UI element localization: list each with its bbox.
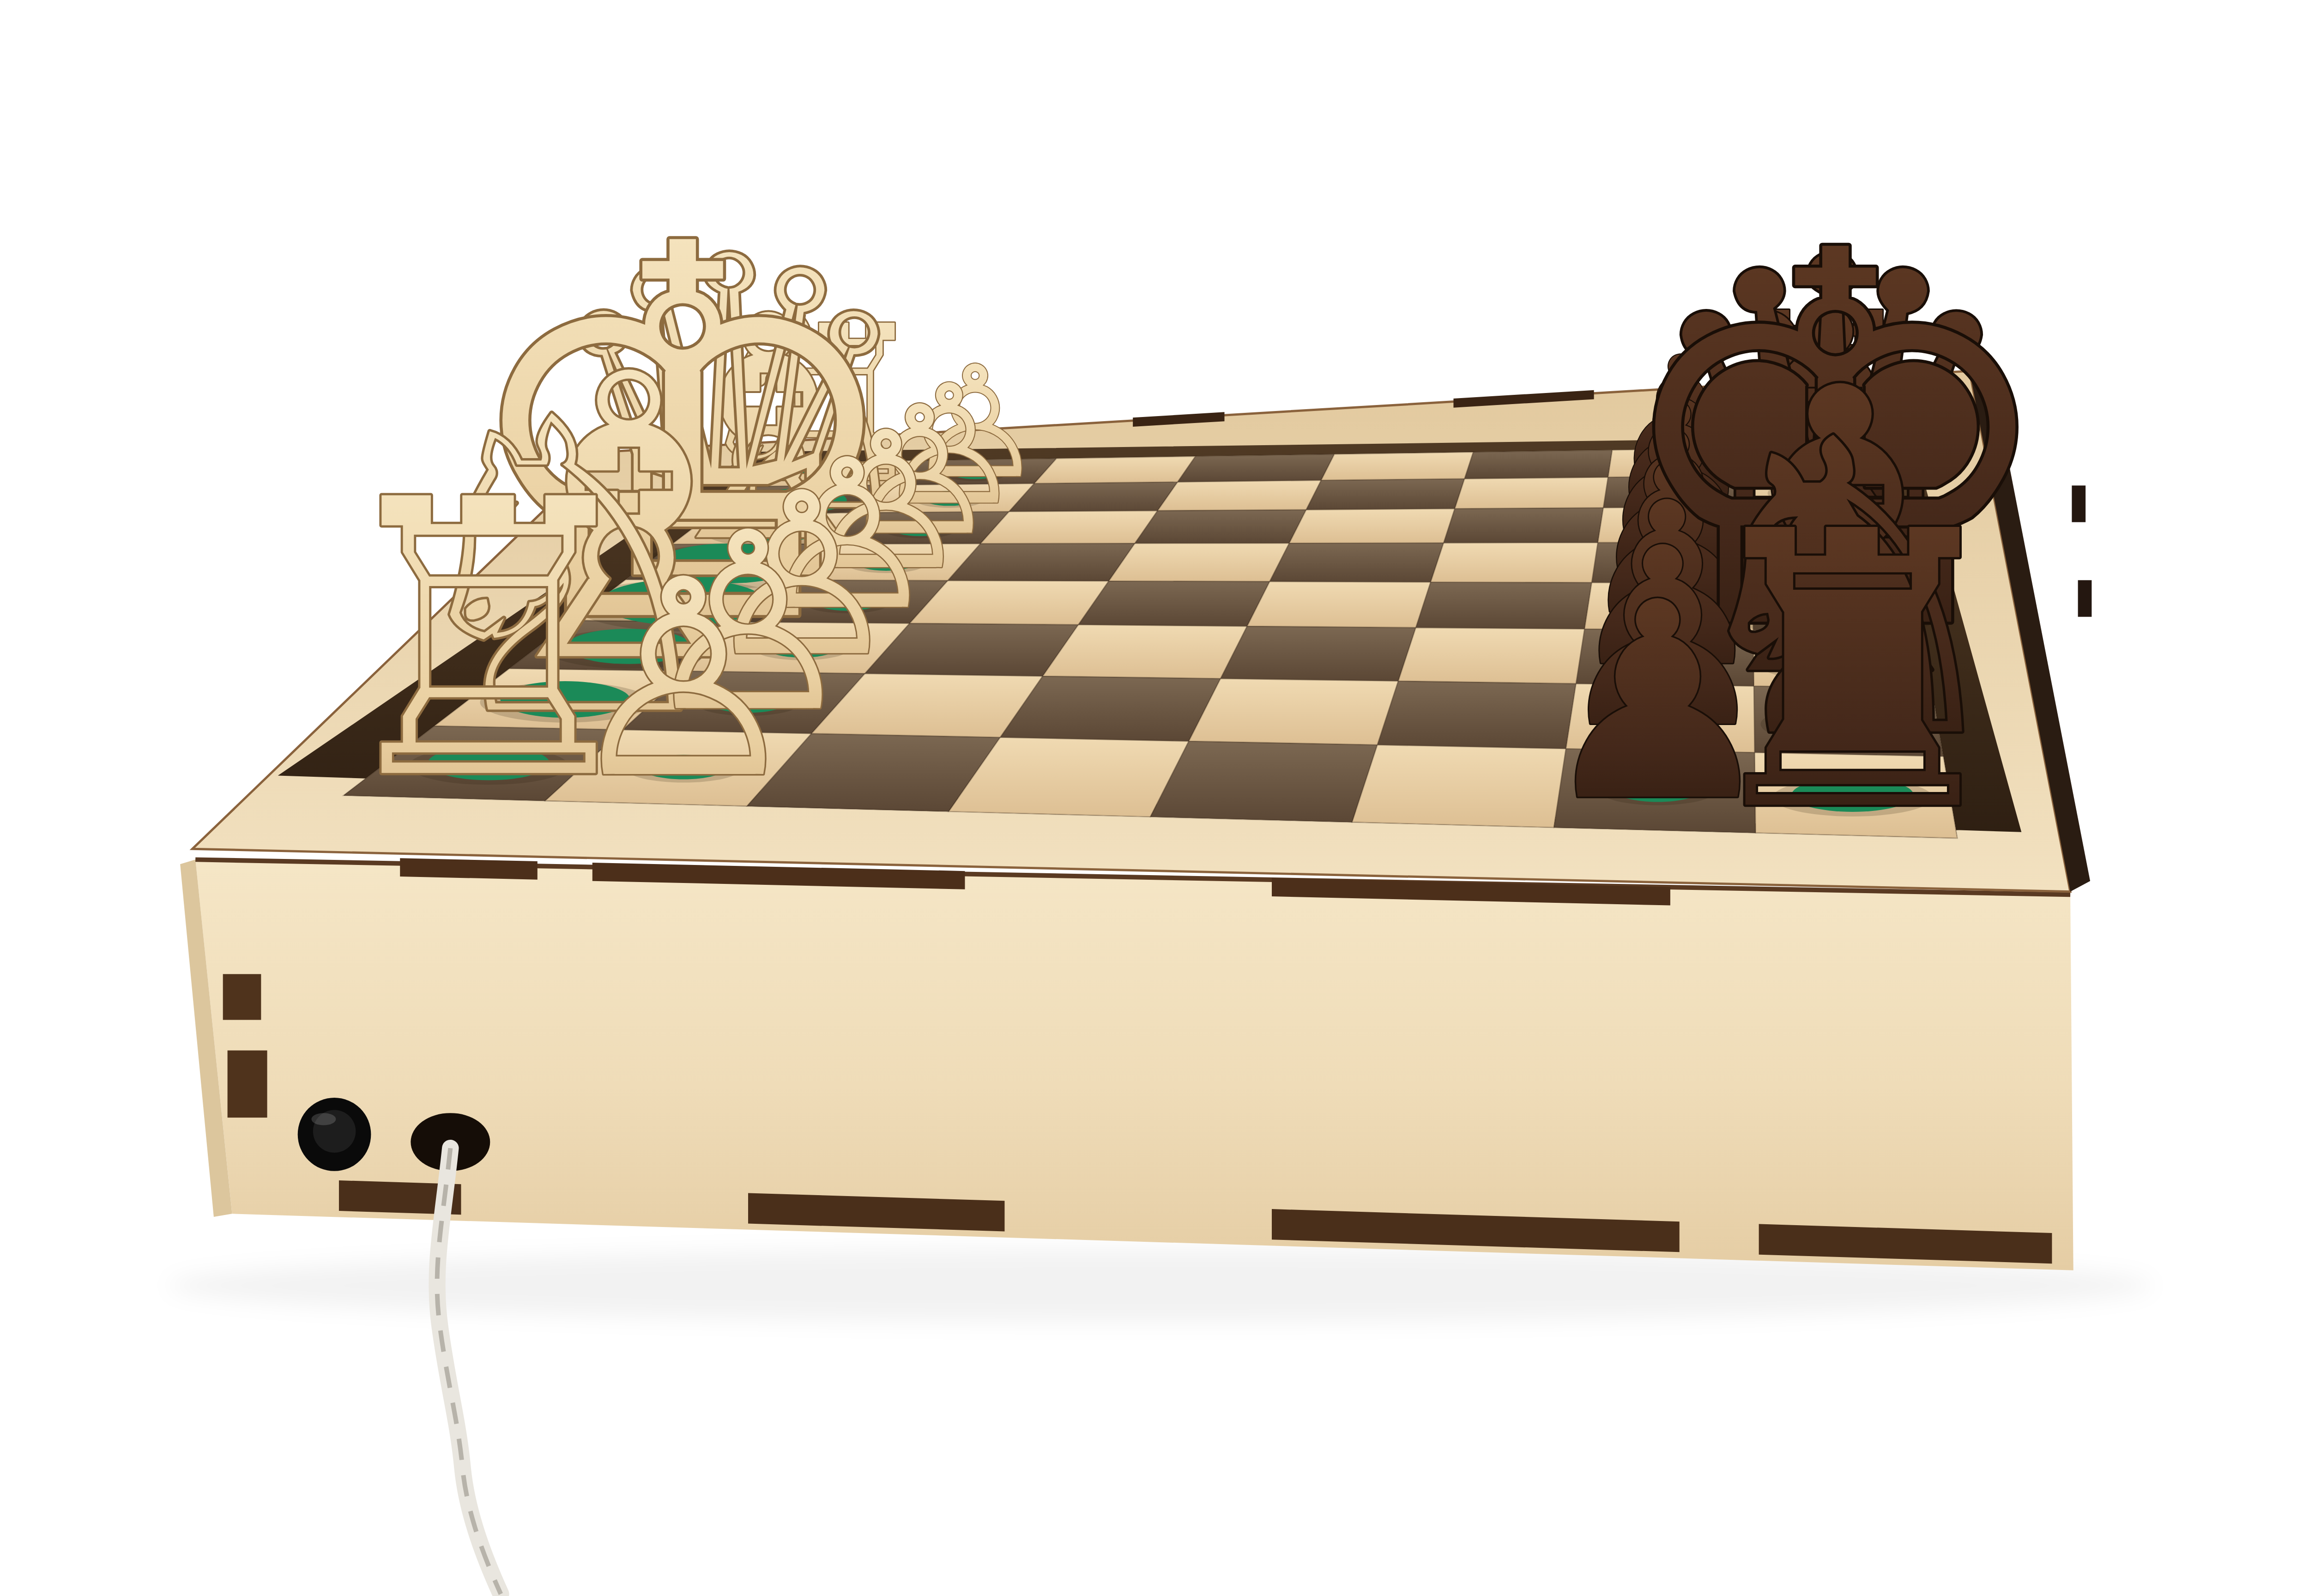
square-a4 (1178, 454, 1334, 482)
right-joint-tab-2 (2078, 580, 2092, 617)
square-c4 (1135, 510, 1306, 544)
scene: ♖♙♟♜♘♙♟♞♗♙♟♝♕♙♟♛♔♙♟♚♗♙♟♝♘♙♟♞♖♙♟♜ (0, 0, 2309, 1596)
push-button-highlight (311, 1113, 336, 1125)
left-joint-tab-2 (228, 1051, 267, 1118)
square-a5 (1321, 452, 1473, 480)
piece-black-rook-h8: ♜ (1682, 452, 2023, 894)
scene-svg: ♖♙♟♜♘♙♟♞♗♙♟♝♕♙♟♛♔♙♟♚♗♙♟♝♘♙♟♞♖♙♟♜ (0, 0, 2309, 1596)
square-h5 (1150, 741, 1378, 822)
square-d4 (1109, 543, 1289, 581)
square-d5 (1270, 543, 1444, 582)
square-f5 (1221, 626, 1416, 681)
square-e5 (1247, 581, 1431, 628)
square-f4 (1043, 625, 1247, 679)
left-joint-tab-1 (223, 974, 261, 1020)
square-c5 (1289, 508, 1455, 543)
right-joint-tab-1 (2072, 485, 2085, 522)
box-front-panel (195, 859, 2073, 1270)
square-e4 (1078, 581, 1269, 626)
square-g5 (1189, 678, 1398, 744)
square-b4 (1158, 480, 1321, 511)
piece-white-pawn-h2: ♙ (562, 522, 805, 838)
square-a3 (1034, 456, 1196, 484)
square-b5 (1306, 478, 1465, 509)
square-h6 (1352, 745, 1566, 828)
